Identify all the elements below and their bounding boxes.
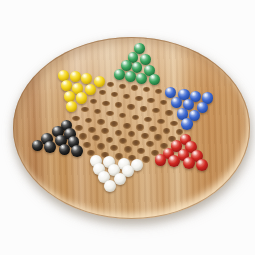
marble-green[interactable] [140, 54, 151, 65]
board-hole[interactable] [132, 115, 140, 120]
marble-yellow[interactable] [94, 76, 105, 87]
marble-black[interactable] [32, 140, 44, 152]
marble-black[interactable] [59, 144, 71, 156]
board-hole[interactable] [152, 108, 160, 113]
marble-green[interactable] [149, 74, 160, 85]
marble-white[interactable] [104, 180, 116, 192]
board-hole[interactable] [163, 128, 171, 134]
board-hole[interactable] [170, 121, 178, 126]
board-hole[interactable] [79, 133, 87, 139]
board-hole[interactable] [160, 100, 168, 105]
board-hole[interactable] [143, 87, 150, 92]
board-hole[interactable] [142, 156, 150, 163]
marble-red[interactable] [196, 159, 208, 171]
board-hole[interactable] [110, 121, 118, 126]
board-hole[interactable] [102, 101, 110, 106]
chinese-checkers-scene [0, 0, 255, 255]
marble-green[interactable] [114, 69, 125, 80]
board-hole[interactable] [75, 125, 83, 131]
marble-red[interactable] [183, 157, 195, 169]
board-hole[interactable] [99, 90, 107, 95]
board-hole[interactable] [165, 110, 173, 115]
board-hole[interactable] [119, 113, 127, 118]
board-hole[interactable] [101, 128, 109, 134]
marble-yellow[interactable] [58, 70, 69, 81]
marble-blue[interactable] [181, 118, 193, 130]
board-hole[interactable] [136, 124, 144, 130]
board-hole[interactable] [88, 127, 96, 133]
board-hole[interactable] [147, 98, 155, 103]
board-hole[interactable] [90, 99, 98, 104]
marble-yellow[interactable] [61, 80, 72, 91]
marble-green[interactable] [136, 73, 147, 84]
board-hole[interactable] [123, 123, 131, 129]
board-hole[interactable] [137, 148, 145, 154]
marble-yellow[interactable] [81, 73, 92, 84]
marble-red[interactable] [155, 154, 167, 166]
marble-black[interactable] [44, 141, 56, 153]
marble-yellow[interactable] [66, 101, 77, 112]
board-hole[interactable] [106, 111, 114, 116]
board-hole[interactable] [81, 107, 89, 112]
board-hole[interactable] [123, 94, 131, 99]
board-hole[interactable] [85, 118, 93, 123]
board-hole[interactable] [127, 104, 135, 109]
board-hole[interactable] [115, 102, 123, 107]
marble-red[interactable] [168, 155, 180, 167]
board-hole[interactable] [154, 134, 162, 140]
board-hole[interactable] [97, 119, 105, 124]
board-hole[interactable] [124, 146, 132, 152]
board-hole[interactable] [106, 137, 114, 143]
board-hole[interactable] [107, 82, 114, 87]
board-hole[interactable] [157, 119, 165, 124]
board-hole[interactable] [92, 135, 100, 141]
marble-yellow[interactable] [76, 92, 87, 103]
board-hole[interactable] [115, 130, 123, 136]
marble-yellow[interactable] [85, 84, 96, 95]
pieces-layer [0, 0, 255, 255]
board-hole[interactable] [128, 131, 136, 137]
board-hole[interactable] [110, 145, 118, 151]
marble-green[interactable] [125, 71, 136, 82]
marble-yellow[interactable] [70, 71, 81, 82]
board-hole[interactable] [155, 89, 163, 94]
board-hole[interactable] [146, 141, 154, 147]
board-hole[interactable] [132, 140, 140, 146]
board-hole[interactable] [111, 92, 119, 97]
board-hole[interactable] [144, 117, 152, 122]
board-hole[interactable] [149, 126, 157, 132]
board-hole[interactable] [140, 106, 148, 111]
board-hole[interactable] [131, 85, 138, 90]
board-hole[interactable] [83, 142, 91, 148]
marble-black[interactable] [71, 145, 83, 157]
marble-blue[interactable] [171, 97, 182, 108]
board-hole[interactable] [97, 143, 105, 149]
board-hole[interactable] [135, 96, 143, 101]
board-hole[interactable] [119, 138, 127, 144]
board-hole[interactable] [72, 116, 80, 121]
board-hole[interactable] [119, 84, 126, 89]
board-hole[interactable] [94, 109, 102, 114]
board-hole[interactable] [141, 133, 149, 139]
